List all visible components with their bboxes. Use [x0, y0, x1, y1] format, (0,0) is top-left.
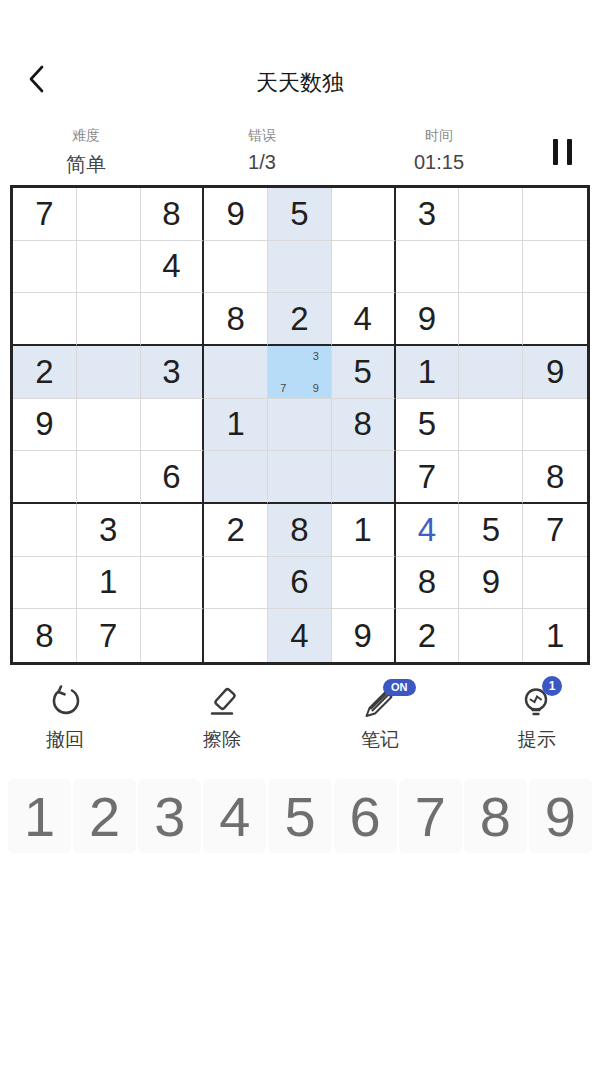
page-title: 天天数独 [0, 68, 600, 98]
cell-r3c1[interactable] [13, 293, 77, 346]
numpad-key-1[interactable]: 1 [8, 779, 71, 853]
cell-r5c8[interactable] [459, 399, 523, 452]
cell-r3c6[interactable]: 4 [332, 293, 396, 346]
mistakes-label: 错误 [202, 127, 322, 145]
erase-button[interactable]: 擦除 [167, 684, 277, 753]
given-digit: 7 [99, 617, 117, 655]
cell-r5c1[interactable]: 9 [13, 399, 77, 452]
cell-r7c5[interactable]: 8 [268, 504, 332, 557]
given-digit: 7 [418, 458, 436, 496]
cell-r1c1[interactable]: 7 [13, 188, 77, 241]
notes-label: 笔记 [325, 727, 435, 753]
numpad-key-3[interactable]: 3 [138, 779, 201, 853]
given-digit: 7 [546, 511, 564, 549]
cell-r1c6[interactable] [332, 188, 396, 241]
cell-r3c9[interactable] [523, 293, 587, 346]
cell-r6c7[interactable]: 7 [396, 451, 460, 504]
given-digit: 6 [290, 563, 308, 601]
given-digit: 1 [418, 353, 436, 391]
notes-button[interactable]: ON 笔记 [325, 684, 435, 753]
pencil-notes: 379 [268, 346, 331, 398]
given-digit: 9 [354, 617, 372, 655]
hint-count-badge: 1 [542, 676, 562, 696]
cell-r3c5[interactable]: 2 [268, 293, 332, 346]
cell-r6c2[interactable] [77, 451, 141, 504]
cell-r2c9[interactable] [523, 241, 587, 294]
user-digit: 4 [418, 511, 436, 549]
given-digit: 9 [35, 405, 53, 443]
cell-r6c6[interactable] [332, 451, 396, 504]
given-digit: 1 [354, 511, 372, 549]
cell-r2c5[interactable] [268, 241, 332, 294]
eraser-icon [204, 685, 240, 721]
cell-r6c1[interactable] [13, 451, 77, 504]
numpad: 123456789 [8, 779, 592, 853]
cell-r1c9[interactable] [523, 188, 587, 241]
cell-r7c2[interactable]: 3 [77, 504, 141, 557]
mistakes-info: 错误 1/3 [202, 127, 322, 174]
undo-label: 撤回 [10, 727, 120, 753]
numpad-key-6[interactable]: 6 [334, 779, 397, 853]
cell-r4c1[interactable]: 2 [13, 346, 77, 399]
cell-r9c2[interactable]: 7 [77, 609, 141, 662]
given-digit: 2 [418, 617, 436, 655]
cell-r9c4[interactable] [204, 609, 268, 662]
given-digit: 1 [99, 563, 117, 601]
cell-r6c9[interactable]: 8 [523, 451, 587, 504]
cell-r7c3[interactable] [141, 504, 205, 557]
erase-label: 擦除 [167, 727, 277, 753]
given-digit: 3 [99, 511, 117, 549]
numpad-key-7[interactable]: 7 [399, 779, 462, 853]
given-digit: 8 [546, 458, 564, 496]
cell-r8c5[interactable]: 6 [268, 557, 332, 610]
given-digit: 9 [482, 563, 500, 601]
cell-r5c6[interactable]: 8 [332, 399, 396, 452]
cell-r6c4[interactable] [204, 451, 268, 504]
given-digit: 8 [162, 195, 180, 233]
cell-r5c4[interactable]: 1 [204, 399, 268, 452]
cell-r1c8[interactable] [459, 188, 523, 241]
given-digit: 3 [162, 353, 180, 391]
given-digit: 8 [418, 563, 436, 601]
cell-r2c2[interactable] [77, 241, 141, 294]
cell-r4c3[interactable]: 3 [141, 346, 205, 399]
cell-r2c4[interactable] [204, 241, 268, 294]
cell-r8c3[interactable] [141, 557, 205, 610]
numpad-key-9[interactable]: 9 [529, 779, 592, 853]
mistakes-value: 1/3 [202, 151, 322, 174]
given-digit: 3 [418, 195, 436, 233]
cell-r9c3[interactable] [141, 609, 205, 662]
cell-r4c9[interactable]: 9 [523, 346, 587, 399]
given-digit: 5 [418, 405, 436, 443]
given-digit: 4 [354, 300, 372, 338]
cell-r2c6[interactable] [332, 241, 396, 294]
notes-on-badge: ON [383, 679, 416, 696]
cell-r8c7[interactable]: 8 [396, 557, 460, 610]
given-digit: 5 [354, 353, 372, 391]
undo-icon [47, 685, 83, 721]
given-digit: 9 [418, 300, 436, 338]
cell-r3c2[interactable] [77, 293, 141, 346]
given-digit: 2 [227, 511, 245, 549]
cell-r5c9[interactable] [523, 399, 587, 452]
cell-r3c3[interactable] [141, 293, 205, 346]
cell-r5c3[interactable] [141, 399, 205, 452]
difficulty-label: 难度 [26, 127, 146, 145]
pause-button[interactable] [551, 137, 574, 167]
pause-icon [553, 139, 558, 165]
cell-r7c8[interactable]: 5 [459, 504, 523, 557]
cell-r4c4[interactable] [204, 346, 268, 399]
given-digit: 5 [290, 195, 308, 233]
given-digit: 4 [290, 617, 308, 655]
cell-r1c2[interactable] [77, 188, 141, 241]
given-digit: 6 [162, 458, 180, 496]
given-digit: 9 [227, 195, 245, 233]
cell-r4c7[interactable]: 1 [396, 346, 460, 399]
cell-r6c3[interactable]: 6 [141, 451, 205, 504]
cell-r1c3[interactable]: 8 [141, 188, 205, 241]
numpad-key-8[interactable]: 8 [464, 779, 527, 853]
cell-r2c3[interactable]: 4 [141, 241, 205, 294]
cell-r4c2[interactable] [77, 346, 141, 399]
numpad-key-2[interactable]: 2 [73, 779, 136, 853]
difficulty-value: 简单 [26, 151, 146, 178]
cell-r8c9[interactable] [523, 557, 587, 610]
given-digit: 5 [482, 511, 500, 549]
hint-button[interactable]: 1 提示 [482, 684, 592, 753]
cell-r4c6[interactable]: 5 [332, 346, 396, 399]
cell-r5c7[interactable]: 5 [396, 399, 460, 452]
time-value: 01:15 [379, 151, 499, 174]
cell-r9c6[interactable]: 9 [332, 609, 396, 662]
sudoku-grid: 7895348249233795199185678328145716898749… [10, 185, 590, 665]
cell-r1c4[interactable]: 9 [204, 188, 268, 241]
cell-r4c5[interactable]: 379 [268, 346, 332, 399]
cell-r2c8[interactable] [459, 241, 523, 294]
cell-r9c8[interactable] [459, 609, 523, 662]
cell-r8c2[interactable]: 1 [77, 557, 141, 610]
given-digit: 8 [354, 405, 372, 443]
given-digit: 7 [35, 195, 53, 233]
time-info: 时间 01:15 [379, 127, 499, 174]
undo-button[interactable]: 撤回 [10, 684, 120, 753]
given-digit: 8 [227, 300, 245, 338]
cell-r7c4[interactable]: 2 [204, 504, 268, 557]
cell-r5c2[interactable] [77, 399, 141, 452]
cell-r9c9[interactable]: 1 [523, 609, 587, 662]
numpad-key-4[interactable]: 4 [203, 779, 266, 853]
cell-r4c8[interactable] [459, 346, 523, 399]
cell-r6c8[interactable] [459, 451, 523, 504]
cell-r7c9[interactable]: 7 [523, 504, 587, 557]
hint-label: 提示 [482, 727, 592, 753]
cell-r1c5[interactable]: 5 [268, 188, 332, 241]
cell-r8c4[interactable] [204, 557, 268, 610]
given-digit: 2 [35, 353, 53, 391]
cell-r9c5[interactable]: 4 [268, 609, 332, 662]
cell-r8c8[interactable]: 9 [459, 557, 523, 610]
given-digit: 9 [546, 353, 564, 391]
cell-r6c5[interactable] [268, 451, 332, 504]
given-digit: 2 [290, 300, 308, 338]
cell-r2c7[interactable] [396, 241, 460, 294]
given-digit: 4 [162, 247, 180, 285]
cell-r1c7[interactable]: 3 [396, 188, 460, 241]
given-digit: 1 [546, 617, 564, 655]
given-digit: 1 [227, 405, 245, 443]
time-label: 时间 [379, 127, 499, 145]
cell-r9c7[interactable]: 2 [396, 609, 460, 662]
given-digit: 8 [290, 511, 308, 549]
cell-r2c1[interactable] [13, 241, 77, 294]
pause-icon [567, 139, 572, 165]
cell-r8c6[interactable] [332, 557, 396, 610]
cell-r3c7[interactable]: 9 [396, 293, 460, 346]
cell-r7c1[interactable] [13, 504, 77, 557]
cell-r7c6[interactable]: 1 [332, 504, 396, 557]
cell-r8c1[interactable] [13, 557, 77, 610]
difficulty-info: 难度 简单 [26, 127, 146, 178]
cell-r3c4[interactable]: 8 [204, 293, 268, 346]
numpad-key-5[interactable]: 5 [268, 779, 331, 853]
cell-r7c7[interactable]: 4 [396, 504, 460, 557]
cell-r3c8[interactable] [459, 293, 523, 346]
cell-r9c1[interactable]: 8 [13, 609, 77, 662]
given-digit: 8 [35, 617, 53, 655]
cell-r5c5[interactable] [268, 399, 332, 452]
